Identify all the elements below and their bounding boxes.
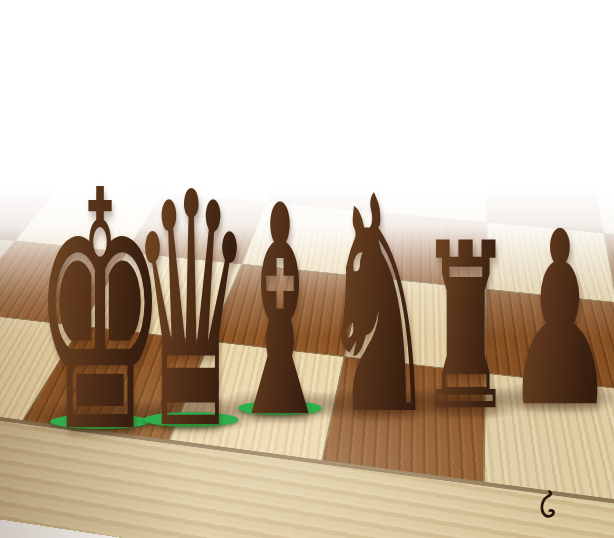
pawn-glyph: ♟ — [504, 200, 614, 440]
board-square — [488, 124, 592, 177]
piece-rook[interactable]: ♜ — [419, 213, 514, 443]
piece-pawn[interactable]: ♟ — [504, 200, 614, 440]
bishop-glyph: ♝ — [225, 168, 334, 458]
chess-photo-scene: ♚ ♛ ♝ ♞ ♜ ♟ — [0, 0, 614, 538]
rook-glyph: ♜ — [419, 213, 514, 443]
board-square — [306, 75, 403, 117]
piece-bishop[interactable]: ♝ — [225, 168, 334, 458]
